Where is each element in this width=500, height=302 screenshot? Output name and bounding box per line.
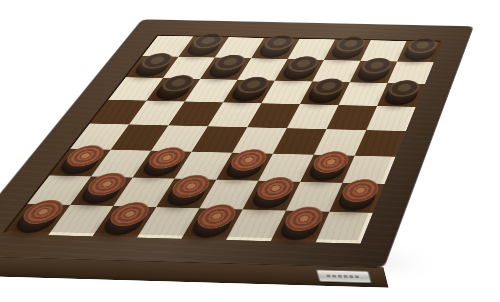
board-square[interactable] (137, 207, 200, 239)
checker-piece-dark[interactable]: ⛂ (357, 58, 395, 76)
board-square[interactable] (226, 209, 286, 241)
checker-piece-red[interactable]: ⛀ (192, 204, 241, 229)
board-square[interactable] (113, 178, 174, 208)
checker-piece-red[interactable]: ⛀ (281, 206, 327, 231)
board-square[interactable] (48, 205, 113, 236)
board-square[interactable] (273, 128, 327, 154)
board-square[interactable]: ⛀ (181, 208, 242, 240)
checker-piece-dark[interactable]: ⛂ (404, 38, 440, 55)
checker-piece-dark[interactable]: ⛂ (283, 56, 322, 74)
checker-piece-dark[interactable]: ⛂ (308, 78, 348, 97)
brand-plaque (316, 270, 372, 284)
checker-piece-red[interactable]: ⛀ (17, 200, 69, 225)
board-square[interactable] (232, 127, 287, 153)
checker-piece-dark[interactable]: ⛂ (385, 80, 423, 99)
board-square[interactable]: ⛀ (271, 211, 330, 243)
board-square[interactable]: ⛀ (156, 179, 216, 209)
board-square[interactable] (199, 180, 258, 210)
perspective-container: ⛂⛂⛂⛂⛂⛂⛂⛂⛂⛂⛂⛂⛀⛀⛀⛀⛀⛀⛀⛀⛀⛀⛀⛀ (56, 0, 436, 302)
checker-piece-red[interactable]: ⛀ (226, 149, 271, 171)
board-square[interactable]: ⛀ (216, 153, 273, 181)
checker-piece-red[interactable]: ⛀ (104, 202, 155, 227)
board-square[interactable] (151, 125, 208, 151)
checker-piece-red[interactable]: ⛀ (167, 175, 215, 198)
checker-piece-red[interactable]: ⛀ (61, 145, 109, 167)
board-square[interactable]: ⛀ (92, 206, 156, 238)
board-square[interactable] (286, 182, 342, 212)
board-square[interactable] (314, 129, 366, 156)
product-photo-scene: ⛂⛂⛂⛂⛂⛂⛂⛂⛂⛂⛂⛂⛀⛀⛀⛀⛀⛀⛀⛀⛀⛀⛀⛀ (0, 0, 500, 302)
board-square[interactable]: ⛀ (243, 181, 301, 211)
checker-piece-red[interactable]: ⛀ (143, 147, 190, 169)
checker-piece-dark[interactable]: ⛂ (332, 37, 369, 54)
checkers-board: ⛂⛂⛂⛂⛂⛂⛂⛂⛂⛂⛂⛂⛀⛀⛀⛀⛀⛀⛀⛀⛀⛀⛀⛀ (0, 20, 473, 268)
